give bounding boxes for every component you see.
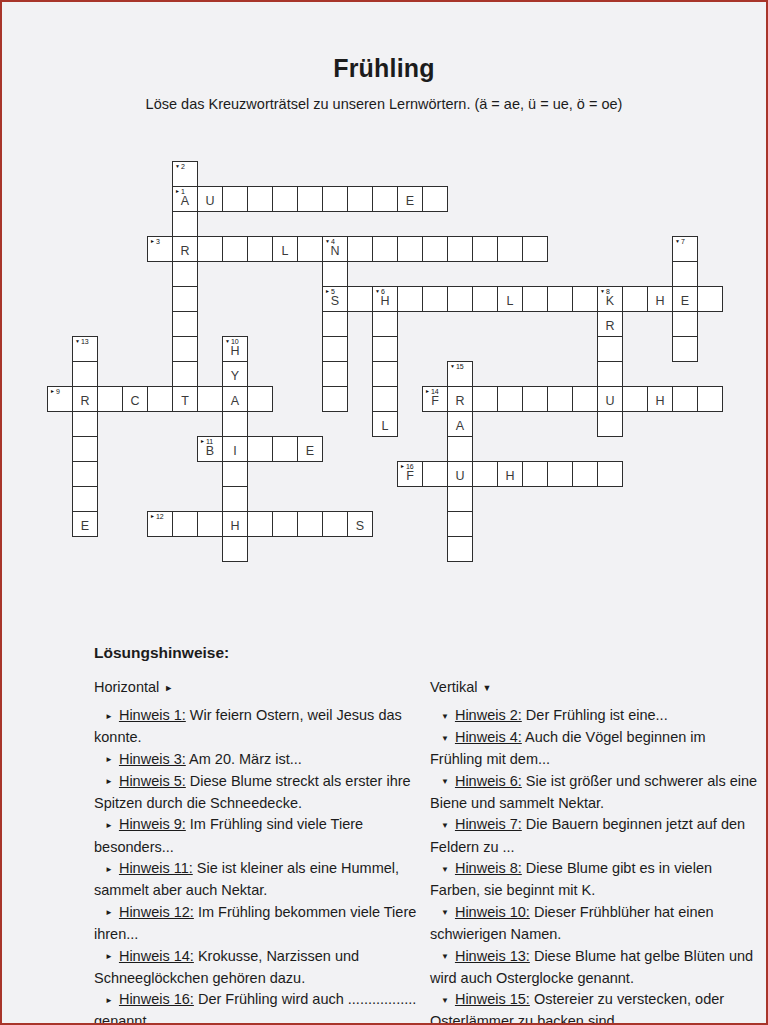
cell-r9-c7[interactable]: A xyxy=(222,386,248,412)
cell-r1-c13[interactable] xyxy=(372,186,398,212)
clue-columns: Horizontal► ►Hinweis 1: Wir feiern Oster… xyxy=(94,679,766,1025)
cell-r10-c13[interactable]: L xyxy=(372,411,398,437)
cell-r14-c9[interactable] xyxy=(272,511,298,537)
down-clue-5: ▼Hinweis 8: Diese Blume gibt es in viele… xyxy=(430,858,760,902)
cell-r8-c16[interactable]: ▼15 xyxy=(447,361,473,387)
clue-label: Hinweis 1: xyxy=(119,707,186,723)
cell-r7-c7[interactable]: H▼10 xyxy=(222,336,248,362)
cell-r9-c23[interactable] xyxy=(622,386,648,412)
right-arrow-icon: ► xyxy=(105,821,113,830)
right-arrow-icon: ► xyxy=(425,388,430,394)
cell-r11-c16[interactable] xyxy=(447,436,473,462)
cell-letter: E xyxy=(673,287,697,311)
clue-number-8: ▼8 xyxy=(600,288,610,295)
right-arrow-icon: ► xyxy=(105,755,113,764)
down-clue-4: ▼Hinweis 7: Die Bauern beginnen jetzt au… xyxy=(430,814,760,858)
cell-r1-c11[interactable] xyxy=(322,186,348,212)
cell-letter: R xyxy=(448,387,472,411)
across-heading-label: Horizontal xyxy=(94,679,159,695)
cell-r12-c19[interactable] xyxy=(522,461,548,487)
cell-r8-c7[interactable]: Y xyxy=(222,361,248,387)
cell-r10-c1[interactable] xyxy=(72,411,98,437)
cell-r5-c5[interactable] xyxy=(172,286,198,312)
clue-number-3: ►3 xyxy=(150,238,160,245)
cell-r3-c18[interactable] xyxy=(497,236,523,262)
down-arrow-icon: ▼ xyxy=(75,338,80,344)
cell-r1-c15[interactable] xyxy=(422,186,448,212)
cell-letter: A xyxy=(223,387,247,411)
clue-label: Hinweis 12: xyxy=(119,904,194,920)
cell-r1-c7[interactable] xyxy=(222,186,248,212)
cell-r12-c22[interactable] xyxy=(597,461,623,487)
cell-r11-c10[interactable]: E xyxy=(297,436,323,462)
cell-r14-c8[interactable] xyxy=(247,511,273,537)
clue-label: Hinweis 7: xyxy=(455,816,522,832)
across-clue-list: ►Hinweis 1: Wir feiern Ostern, weil Jesu… xyxy=(94,705,430,1025)
cell-r11-c9[interactable] xyxy=(272,436,298,462)
clue-number-10: ▼10 xyxy=(225,338,239,345)
cell-r5-c15[interactable] xyxy=(422,286,448,312)
across-clue-7: ►Hinweis 14: Krokusse, Narzissen und Sch… xyxy=(94,946,430,990)
cell-r3-c16[interactable] xyxy=(447,236,473,262)
cell-r9-c19[interactable] xyxy=(522,386,548,412)
cell-r3-c5[interactable]: R xyxy=(172,236,198,262)
page-subtitle: Löse das Kreuzworträtsel zu unseren Lern… xyxy=(2,96,766,112)
across-clue-8: ►Hinweis 16: Der Frühling wird auch ....… xyxy=(94,989,430,1025)
cell-r5-c22[interactable]: K▼8 xyxy=(597,286,623,312)
cell-r11-c8[interactable] xyxy=(247,436,273,462)
cell-r5-c12[interactable] xyxy=(347,286,373,312)
cell-r11-c6[interactable]: B►11 xyxy=(197,436,223,462)
cell-letter: R xyxy=(598,312,622,336)
down-clue-8: ▼Hinweis 15: Ostereier zu verstecken, od… xyxy=(430,989,760,1025)
right-arrow-icon: ► xyxy=(105,712,113,721)
down-arrow-icon: ▼ xyxy=(441,865,449,874)
cell-r8-c11[interactable] xyxy=(322,361,348,387)
cell-r9-c24[interactable]: H xyxy=(647,386,673,412)
cell-r12-c17[interactable] xyxy=(472,461,498,487)
down-heading: Vertikal▼ xyxy=(430,679,760,695)
cell-r9-c6[interactable] xyxy=(197,386,223,412)
cell-r1-c5[interactable]: A►1 xyxy=(172,186,198,212)
across-clue-5: ►Hinweis 11: Sie ist kleiner als eine Hu… xyxy=(94,858,430,902)
cell-r4-c5[interactable] xyxy=(172,261,198,287)
cell-letter: L xyxy=(498,287,522,311)
cell-r3-c6[interactable] xyxy=(197,236,223,262)
cell-letter: U xyxy=(198,187,222,211)
cell-r7-c11[interactable] xyxy=(322,336,348,362)
cell-r12-c20[interactable] xyxy=(547,461,573,487)
cell-letter: T xyxy=(173,387,197,411)
cell-letter: R xyxy=(173,237,197,261)
across-clue-2: ►Hinweis 3: Am 20. März ist... xyxy=(94,749,430,771)
down-arrow-icon: ▼ xyxy=(441,734,449,743)
clue-number-4: ▼4 xyxy=(325,238,335,245)
clue-number-12: ►12 xyxy=(150,513,164,520)
clue-number-9: ►9 xyxy=(50,388,60,395)
cell-letter: R xyxy=(73,387,97,411)
cell-r5-c19[interactable] xyxy=(522,286,548,312)
cell-letter: H xyxy=(223,512,247,536)
clue-number-2: ▼2 xyxy=(175,163,185,170)
cell-r6-c13[interactable] xyxy=(372,311,398,337)
cell-r9-c18[interactable] xyxy=(497,386,523,412)
cell-letter: U xyxy=(448,462,472,486)
clue-number-6: ▼6 xyxy=(375,288,385,295)
cell-r1-c6[interactable]: U xyxy=(197,186,223,212)
cell-r3-c15[interactable] xyxy=(422,236,448,262)
down-arrow-icon: ▼ xyxy=(441,712,449,721)
clue-label: Hinweis 8: xyxy=(455,860,522,876)
cell-r0-c5[interactable]: ▼2 xyxy=(172,161,198,187)
clue-number-14: ►14 xyxy=(425,388,439,395)
cell-letter: E xyxy=(398,187,422,211)
cell-r7-c13[interactable] xyxy=(372,336,398,362)
cell-r6-c22[interactable]: R xyxy=(597,311,623,337)
cell-r14-c5[interactable] xyxy=(172,511,198,537)
cell-r5-c16[interactable] xyxy=(447,286,473,312)
across-clues-column: Horizontal► ►Hinweis 1: Wir feiern Oster… xyxy=(94,679,430,1025)
cell-letter: H xyxy=(648,387,672,411)
down-clue-list: ▼Hinweis 2: Der Frühling ist eine...▼Hin… xyxy=(430,705,760,1025)
cell-r12-c18[interactable]: H xyxy=(497,461,523,487)
cell-r5-c25[interactable]: E xyxy=(672,286,698,312)
cell-letter: C xyxy=(123,387,147,411)
cell-r9-c3[interactable]: C xyxy=(122,386,148,412)
across-clue-6: ►Hinweis 12: Im Frühling bekommen viele … xyxy=(94,902,430,946)
down-clue-2: ▼Hinweis 4: Auch die Vögel beginnen im F… xyxy=(430,727,760,771)
cell-r11-c7[interactable]: I xyxy=(222,436,248,462)
cell-r8-c5[interactable] xyxy=(172,361,198,387)
cell-letter: E xyxy=(73,512,97,536)
cell-r9-c4[interactable] xyxy=(147,386,173,412)
cell-r12-c7[interactable] xyxy=(222,461,248,487)
cell-letter: U xyxy=(598,387,622,411)
cell-r14-c4[interactable]: ►12 xyxy=(147,511,173,537)
across-heading: Horizontal► xyxy=(94,679,430,695)
clue-label: Hinweis 3: xyxy=(119,751,186,767)
right-arrow-icon: ► xyxy=(150,513,155,519)
down-clue-3: ▼Hinweis 6: Sie ist größer und schwerer … xyxy=(430,771,760,815)
clue-label: Hinweis 6: xyxy=(455,773,522,789)
down-heading-label: Vertikal xyxy=(430,679,478,695)
cell-r9-c11[interactable] xyxy=(322,386,348,412)
down-arrow-icon: ▼ xyxy=(441,821,449,830)
cell-r9-c8[interactable] xyxy=(247,386,273,412)
cell-r1-c12[interactable] xyxy=(347,186,373,212)
cell-r7-c5[interactable] xyxy=(172,336,198,362)
down-clues-column: Vertikal▼ ▼Hinweis 2: Der Frühling ist e… xyxy=(430,679,760,1025)
right-arrow-icon: ► xyxy=(105,908,113,917)
clue-number-5: ►5 xyxy=(325,288,335,295)
right-arrow-icon: ► xyxy=(105,952,113,961)
right-arrow-icon: ► xyxy=(325,288,330,294)
cell-r5-c18[interactable]: L xyxy=(497,286,523,312)
cell-r4-c25[interactable] xyxy=(672,261,698,287)
cell-r1-c14[interactable]: E xyxy=(397,186,423,212)
right-arrow-icon: ► xyxy=(400,463,405,469)
cell-r5-c11[interactable]: S►5 xyxy=(322,286,348,312)
clue-label: Hinweis 14: xyxy=(119,948,194,964)
down-arrow-icon: ▼ xyxy=(225,338,230,344)
clue-label: Hinweis 15: xyxy=(455,991,530,1007)
clue-label: Hinweis 10: xyxy=(455,904,530,920)
down-arrow-icon: ▼ xyxy=(441,777,449,786)
right-arrow-icon: ► xyxy=(105,865,113,874)
down-arrow-icon: ▼ xyxy=(441,996,449,1005)
cell-r14-c7[interactable]: H xyxy=(222,511,248,537)
cell-r7-c22[interactable] xyxy=(597,336,623,362)
cell-r3-c12[interactable] xyxy=(347,236,373,262)
crossword-grid: ▼2A►1UE►3RLN▼4▼7S►5H▼6LK▼8HER▼13H▼10Y▼15… xyxy=(47,161,725,564)
cell-r14-c11[interactable] xyxy=(322,511,348,537)
cell-r5-c26[interactable] xyxy=(697,286,723,312)
cell-r13-c16[interactable] xyxy=(447,486,473,512)
cell-letter: Y xyxy=(223,362,247,386)
cell-r9-c20[interactable] xyxy=(547,386,573,412)
cell-r13-c7[interactable] xyxy=(222,486,248,512)
cell-r6-c5[interactable] xyxy=(172,311,198,337)
down-arrow-icon: ▼ xyxy=(483,683,492,693)
cell-r3-c10[interactable] xyxy=(297,236,323,262)
cell-r1-c8[interactable] xyxy=(247,186,273,212)
cell-r8-c1[interactable] xyxy=(72,361,98,387)
cell-r12-c21[interactable] xyxy=(572,461,598,487)
cell-r9-c2[interactable] xyxy=(97,386,123,412)
right-arrow-icon: ► xyxy=(175,188,180,194)
down-arrow-icon: ▼ xyxy=(375,288,380,294)
clue-label: Hinweis 4: xyxy=(455,729,522,745)
cell-r12-c14[interactable]: F►16 xyxy=(397,461,423,487)
clue-text: Der Frühling ist eine... xyxy=(522,707,668,723)
cell-letter: S xyxy=(348,512,372,536)
cell-r3-c14[interactable] xyxy=(397,236,423,262)
down-arrow-icon: ▼ xyxy=(450,363,455,369)
across-clue-4: ►Hinweis 9: Im Frühling sind viele Tiere… xyxy=(94,814,430,858)
cell-r9-c16[interactable]: R xyxy=(447,386,473,412)
cell-r5-c21[interactable] xyxy=(572,286,598,312)
across-clue-3: ►Hinweis 5: Diese Blume streckt als erst… xyxy=(94,771,430,815)
cell-letter: H xyxy=(648,287,672,311)
down-arrow-icon: ▼ xyxy=(325,238,330,244)
cell-r3-c7[interactable] xyxy=(222,236,248,262)
cell-r9-c13[interactable] xyxy=(372,386,398,412)
cell-r9-c25[interactable] xyxy=(672,386,698,412)
clue-label: Hinweis 16: xyxy=(119,991,194,1007)
cell-r3-c8[interactable] xyxy=(247,236,273,262)
clue-label: Hinweis 5: xyxy=(119,773,186,789)
cell-r5-c13[interactable]: H▼6 xyxy=(372,286,398,312)
down-clue-1: ▼Hinweis 2: Der Frühling ist eine... xyxy=(430,705,760,727)
cell-letter: L xyxy=(373,412,397,436)
cell-r15-c16[interactable] xyxy=(447,536,473,562)
clue-label: Hinweis 2: xyxy=(455,707,522,723)
down-arrow-icon: ▼ xyxy=(675,238,680,244)
cell-r8-c13[interactable] xyxy=(372,361,398,387)
cell-r14-c12[interactable]: S xyxy=(347,511,373,537)
clue-number-13: ▼13 xyxy=(75,338,89,345)
cell-r1-c9[interactable] xyxy=(272,186,298,212)
right-arrow-icon: ► xyxy=(150,238,155,244)
down-arrow-icon: ▼ xyxy=(175,163,180,169)
clue-text: Am 20. März ist... xyxy=(186,751,302,767)
cell-letter: E xyxy=(298,437,322,461)
cell-r5-c20[interactable] xyxy=(547,286,573,312)
down-clue-7: ▼Hinweis 13: Diese Blume hat gelbe Blüte… xyxy=(430,946,760,990)
down-arrow-icon: ▼ xyxy=(600,288,605,294)
cell-r12-c16[interactable]: U xyxy=(447,461,473,487)
worksheet-page: Frühling Löse das Kreuzworträtsel zu uns… xyxy=(0,0,768,1025)
down-arrow-icon: ▼ xyxy=(441,908,449,917)
cell-r10-c7[interactable] xyxy=(222,411,248,437)
cell-r15-c7[interactable] xyxy=(222,536,248,562)
clue-label: Hinweis 11: xyxy=(119,860,193,876)
cell-r3-c25[interactable]: ▼7 xyxy=(672,236,698,262)
right-arrow-icon: ► xyxy=(200,438,205,444)
cell-r12-c1[interactable] xyxy=(72,461,98,487)
clue-number-11: ►11 xyxy=(200,438,213,445)
cell-r9-c1[interactable]: R xyxy=(72,386,98,412)
cell-r4-c11[interactable] xyxy=(322,261,348,287)
clue-number-7: ▼7 xyxy=(675,238,685,245)
down-clue-6: ▼Hinweis 10: Dieser Frühblüher hat einen… xyxy=(430,902,760,946)
clue-number-15: ▼15 xyxy=(450,363,464,370)
cell-r13-c1[interactable] xyxy=(72,486,98,512)
cell-r6-c11[interactable] xyxy=(322,311,348,337)
cell-r5-c24[interactable]: H xyxy=(647,286,673,312)
cell-r9-c22[interactable]: U xyxy=(597,386,623,412)
clue-label: Hinweis 9: xyxy=(119,816,186,832)
cell-r3-c9[interactable]: L xyxy=(272,236,298,262)
right-arrow-icon: ► xyxy=(50,388,55,394)
cell-r7-c1[interactable]: ▼13 xyxy=(72,336,98,362)
cell-r14-c1[interactable]: E xyxy=(72,511,98,537)
cell-r2-c5[interactable] xyxy=(172,211,198,237)
cell-r3-c4[interactable]: ►3 xyxy=(147,236,173,262)
cell-r14-c10[interactable] xyxy=(297,511,323,537)
cell-r9-c5[interactable]: T xyxy=(172,386,198,412)
cell-r5-c14[interactable] xyxy=(397,286,423,312)
cell-r14-c6[interactable] xyxy=(197,511,223,537)
right-arrow-icon: ► xyxy=(105,777,113,786)
cell-r5-c23[interactable] xyxy=(622,286,648,312)
down-arrow-icon: ▼ xyxy=(441,952,449,961)
cell-letter: H xyxy=(498,462,522,486)
cell-r7-c25[interactable] xyxy=(672,336,698,362)
across-clue-1: ►Hinweis 1: Wir feiern Ostern, weil Jesu… xyxy=(94,705,430,749)
cell-r3-c19[interactable] xyxy=(522,236,548,262)
cell-r9-c21[interactable] xyxy=(572,386,598,412)
cell-letter: I xyxy=(223,437,247,461)
right-arrow-icon: ► xyxy=(105,996,113,1005)
cell-r9-c0[interactable]: ►9 xyxy=(47,386,73,412)
clue-number-16: ►16 xyxy=(400,463,414,470)
cell-r3-c13[interactable] xyxy=(372,236,398,262)
clues-section: Lösungshinweise: Horizontal► ►Hinweis 1:… xyxy=(94,644,766,1025)
cell-r8-c22[interactable] xyxy=(597,361,623,387)
cell-r12-c15[interactable] xyxy=(422,461,448,487)
cell-r3-c11[interactable]: N▼4 xyxy=(322,236,348,262)
cell-r11-c1[interactable] xyxy=(72,436,98,462)
cell-r9-c15[interactable]: F►14 xyxy=(422,386,448,412)
cell-r6-c25[interactable] xyxy=(672,311,698,337)
cell-letter: L xyxy=(273,237,297,261)
right-arrow-icon: ► xyxy=(164,683,173,693)
cell-letter: A xyxy=(448,412,472,436)
cell-r10-c22[interactable] xyxy=(597,411,623,437)
clue-number-1: ►1 xyxy=(175,188,185,195)
cell-r9-c17[interactable] xyxy=(472,386,498,412)
cell-r1-c10[interactable] xyxy=(297,186,323,212)
clue-label: Hinweis 13: xyxy=(455,948,530,964)
page-title: Frühling xyxy=(2,54,766,83)
cell-r9-c26[interactable] xyxy=(697,386,723,412)
cell-r10-c16[interactable]: A xyxy=(447,411,473,437)
clues-heading: Lösungshinweise: xyxy=(94,644,766,662)
cell-r3-c17[interactable] xyxy=(472,236,498,262)
cell-r14-c16[interactable] xyxy=(447,511,473,537)
cell-r5-c17[interactable] xyxy=(472,286,498,312)
